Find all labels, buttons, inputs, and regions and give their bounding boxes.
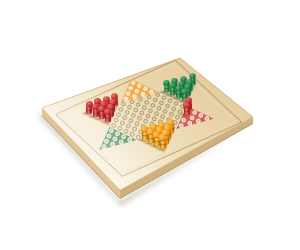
hole-r6c8: [168, 99, 172, 103]
hole-r6c5: [142, 106, 146, 110]
hole-r4c7: [147, 95, 151, 99]
hole-r5c1: [102, 112, 106, 116]
hole-r5c9: [171, 94, 175, 98]
hole-r11c3: [130, 132, 134, 136]
hole-r4c9: [164, 91, 168, 95]
chinese-checkers-photo: [0, 0, 300, 250]
hole-r14c1: [157, 139, 161, 143]
hole-r5c10: [179, 91, 183, 95]
board: [0, 0, 300, 250]
hole-r7c4: [140, 111, 144, 115]
hole-r12c2: [119, 140, 123, 144]
hole-r9c4: [144, 119, 148, 123]
hole-r6c6: [151, 104, 155, 108]
hole-r9c9: [187, 108, 191, 112]
hole-r8c2: [129, 119, 133, 123]
hole-r1c1: [137, 84, 140, 87]
hole-r9c6: [161, 115, 165, 119]
hole-r5c11: [188, 89, 192, 93]
hole-r11c11: [199, 114, 203, 118]
hole-r8c8: [180, 105, 184, 109]
hole-r4c1: [96, 109, 100, 113]
hole-r12c10: [188, 121, 192, 125]
hole-r9c8: [178, 110, 182, 114]
hole-r10c9: [184, 113, 188, 117]
hole-r8c1: [120, 121, 124, 125]
hole-r7c9: [183, 99, 187, 103]
hole-r7c8: [174, 102, 178, 106]
hole-r12c6: [153, 131, 157, 135]
hole-r10c5: [150, 122, 154, 126]
hole-r10c10: [193, 111, 197, 115]
hole-r8c7: [172, 107, 176, 111]
hole-r9c5: [152, 117, 156, 121]
hole-r5c5: [136, 103, 140, 107]
hole-r9c3: [135, 122, 139, 126]
hole-r12c0: [102, 145, 106, 149]
hole-r4c2: [104, 107, 108, 111]
hole-r4c6: [139, 98, 143, 102]
hole-r12c5: [145, 133, 149, 137]
hole-r10c8: [176, 115, 180, 119]
hole-r6c9: [177, 96, 181, 100]
hole-r9c0: [109, 129, 113, 133]
hole-r6c3: [125, 111, 129, 115]
hole-r4c10: [173, 88, 177, 92]
board-top-face: [42, 58, 253, 190]
hole-r10c3: [133, 127, 137, 131]
hole-r10c7: [167, 118, 171, 122]
hole-r11c2: [122, 135, 126, 139]
hole-r7c1: [114, 118, 118, 122]
hole-r15c0: [155, 144, 159, 148]
hole-r11c5: [147, 128, 151, 132]
hole-r12c4: [136, 135, 140, 139]
hole-r16c0: [161, 147, 165, 151]
hole-r5c6: [145, 101, 149, 105]
hole-r8c5: [155, 112, 159, 116]
hole-r11c0: [104, 139, 108, 143]
hole-r11c1: [113, 137, 117, 141]
hole-r4c12: [190, 84, 193, 87]
hole-r7c6: [157, 106, 161, 110]
hole-r7c7: [166, 104, 170, 108]
hole-r13c0: [142, 138, 146, 142]
hole-r4c0: [87, 112, 91, 116]
hole-r6c4: [134, 108, 138, 112]
hole-r6c10: [185, 94, 189, 98]
hole-r8c3: [137, 116, 141, 120]
hole-r10c2: [124, 129, 128, 133]
hole-r12c3: [128, 138, 132, 142]
hole-r10c4: [141, 125, 145, 129]
hole-r4c4: [122, 102, 126, 106]
hole-r7c5: [149, 109, 153, 113]
hole-r6c0: [99, 117, 103, 121]
hole-r4c5: [130, 100, 134, 104]
hole-r12c7: [162, 128, 166, 132]
hole-r13c1: [151, 136, 155, 140]
hole-r8c4: [146, 114, 150, 118]
hole-r11c8: [173, 121, 177, 125]
hole-r10c0: [107, 134, 111, 138]
hole-r9c1: [118, 126, 122, 130]
hole-r13c3: [168, 131, 172, 135]
hole-r7c3: [131, 113, 135, 117]
hole-r4c3: [113, 105, 117, 109]
hole-r2c2: [144, 87, 148, 91]
hole-r11c4: [139, 130, 143, 134]
hole-r11c7: [165, 123, 169, 127]
hole-r6c2: [117, 113, 121, 117]
hole-r10c1: [115, 132, 119, 136]
hole-r4c11: [182, 86, 186, 90]
hole-r15c1: [163, 142, 167, 146]
hole-r4c8: [156, 93, 160, 97]
hole-r5c8: [162, 96, 166, 100]
hole-r5c2: [111, 110, 115, 114]
hole-r9c2: [126, 124, 130, 128]
hole-r5c3: [119, 108, 123, 112]
hole-r5c7: [153, 98, 157, 102]
hole-r6c1: [108, 115, 112, 119]
hole-r12c11: [196, 119, 200, 123]
hole-r8c6: [163, 109, 167, 113]
hole-r0c0: [131, 81, 134, 84]
hole-r8c0: [112, 123, 116, 127]
hole-r1c0: [129, 86, 133, 90]
hole-r9c7: [169, 112, 173, 116]
hole-r14c2: [166, 136, 170, 140]
hole-r12c12: [205, 117, 209, 121]
hole-r12c8: [171, 126, 175, 130]
hole-r11c9: [182, 118, 186, 122]
hole-r3c3: [150, 90, 154, 94]
hole-r3c0: [124, 97, 128, 101]
hole-r3c1: [133, 95, 137, 99]
hole-r5c0: [93, 115, 97, 119]
hole-r14c0: [149, 141, 153, 145]
hole-r6c7: [160, 101, 164, 105]
hole-r11c6: [156, 125, 160, 129]
hole-r7c2: [123, 116, 127, 120]
hole-r11c10: [190, 116, 194, 120]
hole-r7c0: [106, 120, 110, 124]
hole-r10c6: [158, 120, 162, 124]
hole-r12c1: [111, 142, 115, 146]
hole-r2c0: [126, 92, 130, 96]
hole-r5c4: [128, 105, 132, 109]
hole-r12c9: [179, 124, 183, 128]
hole-r13c2: [160, 134, 164, 138]
hole-r3c2: [141, 92, 145, 96]
hole-r2c1: [135, 89, 139, 93]
